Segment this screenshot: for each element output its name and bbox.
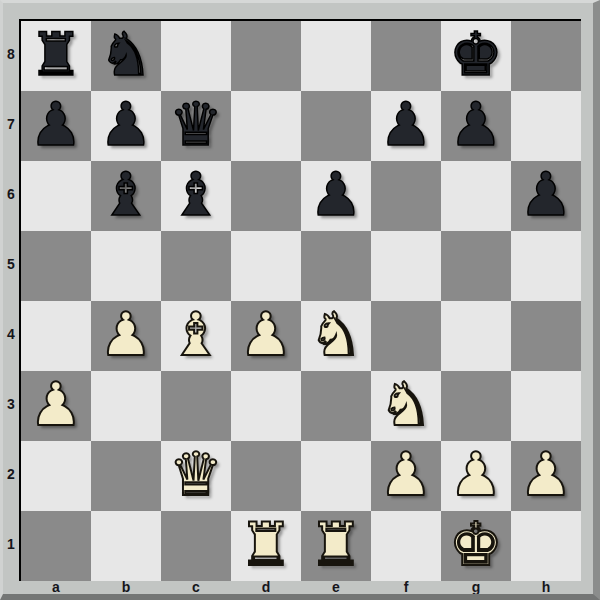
- white-king[interactable]: ♚: [449, 509, 503, 579]
- rank-labels: 87654321: [3, 19, 19, 581]
- square-e3[interactable]: [301, 371, 371, 441]
- square-b5[interactable]: [91, 231, 161, 301]
- square-g5[interactable]: [441, 231, 511, 301]
- white-pawn[interactable]: ♟: [449, 439, 503, 509]
- square-c2[interactable]: ♛: [161, 441, 231, 511]
- square-h8[interactable]: [511, 21, 581, 91]
- square-b2[interactable]: [91, 441, 161, 511]
- square-h7[interactable]: [511, 91, 581, 161]
- chess-diagram-frame: 87654321 abcdefgh ♜♞♚♟♟♛♟♟♝♝♟♟♟♝♟♞♟♞♛♟♟♟…: [0, 0, 600, 600]
- square-e5[interactable]: [301, 231, 371, 301]
- square-f4[interactable]: [371, 301, 441, 371]
- white-queen[interactable]: ♛: [169, 439, 223, 509]
- square-h3[interactable]: [511, 371, 581, 441]
- square-a5[interactable]: [21, 231, 91, 301]
- file-label-g: g: [441, 581, 511, 594]
- black-pawn[interactable]: ♟: [309, 159, 363, 229]
- square-f3[interactable]: ♞: [371, 371, 441, 441]
- square-b4[interactable]: ♟: [91, 301, 161, 371]
- square-a3[interactable]: ♟: [21, 371, 91, 441]
- black-pawn[interactable]: ♟: [99, 89, 153, 159]
- square-g8[interactable]: ♚: [441, 21, 511, 91]
- square-d1[interactable]: ♜: [231, 511, 301, 581]
- rank-label-5: 5: [3, 229, 19, 299]
- square-d5[interactable]: [231, 231, 301, 301]
- file-label-h: h: [511, 581, 581, 594]
- square-a4[interactable]: [21, 301, 91, 371]
- square-c3[interactable]: [161, 371, 231, 441]
- square-g1[interactable]: ♚: [441, 511, 511, 581]
- chess-board: ♜♞♚♟♟♛♟♟♝♝♟♟♟♝♟♞♟♞♛♟♟♟♜♜♚: [19, 19, 581, 581]
- black-king[interactable]: ♚: [449, 19, 503, 89]
- square-h5[interactable]: [511, 231, 581, 301]
- white-rook[interactable]: ♜: [309, 509, 363, 579]
- file-label-a: a: [21, 581, 91, 594]
- file-label-f: f: [371, 581, 441, 594]
- square-a8[interactable]: ♜: [21, 21, 91, 91]
- square-f1[interactable]: [371, 511, 441, 581]
- black-bishop[interactable]: ♝: [169, 159, 223, 229]
- black-rook[interactable]: ♜: [29, 19, 83, 89]
- square-c4[interactable]: ♝: [161, 301, 231, 371]
- square-d3[interactable]: [231, 371, 301, 441]
- square-b7[interactable]: ♟: [91, 91, 161, 161]
- black-queen[interactable]: ♛: [169, 89, 223, 159]
- black-pawn[interactable]: ♟: [29, 89, 83, 159]
- white-knight[interactable]: ♞: [379, 369, 433, 439]
- square-h2[interactable]: ♟: [511, 441, 581, 511]
- square-c5[interactable]: [161, 231, 231, 301]
- file-label-b: b: [91, 581, 161, 594]
- white-pawn[interactable]: ♟: [519, 439, 573, 509]
- rank-label-1: 1: [3, 509, 19, 579]
- square-c7[interactable]: ♛: [161, 91, 231, 161]
- square-a1[interactable]: [21, 511, 91, 581]
- square-f6[interactable]: [371, 161, 441, 231]
- square-b8[interactable]: ♞: [91, 21, 161, 91]
- rank-label-4: 4: [3, 299, 19, 369]
- file-label-d: d: [231, 581, 301, 594]
- square-g4[interactable]: [441, 301, 511, 371]
- square-e7[interactable]: [301, 91, 371, 161]
- square-b1[interactable]: [91, 511, 161, 581]
- square-d8[interactable]: [231, 21, 301, 91]
- square-g2[interactable]: ♟: [441, 441, 511, 511]
- square-d6[interactable]: [231, 161, 301, 231]
- file-label-c: c: [161, 581, 231, 594]
- square-h4[interactable]: [511, 301, 581, 371]
- square-a6[interactable]: [21, 161, 91, 231]
- square-e6[interactable]: ♟: [301, 161, 371, 231]
- square-h1[interactable]: [511, 511, 581, 581]
- rank-label-3: 3: [3, 369, 19, 439]
- square-c6[interactable]: ♝: [161, 161, 231, 231]
- square-b6[interactable]: ♝: [91, 161, 161, 231]
- square-e1[interactable]: ♜: [301, 511, 371, 581]
- square-d7[interactable]: [231, 91, 301, 161]
- square-a2[interactable]: [21, 441, 91, 511]
- square-f7[interactable]: ♟: [371, 91, 441, 161]
- white-rook[interactable]: ♜: [239, 509, 293, 579]
- square-c8[interactable]: [161, 21, 231, 91]
- black-bishop[interactable]: ♝: [99, 159, 153, 229]
- square-f2[interactable]: ♟: [371, 441, 441, 511]
- black-pawn[interactable]: ♟: [449, 89, 503, 159]
- white-bishop[interactable]: ♝: [169, 299, 223, 369]
- file-labels: abcdefgh: [21, 581, 581, 594]
- white-pawn[interactable]: ♟: [239, 299, 293, 369]
- square-f5[interactable]: [371, 231, 441, 301]
- white-pawn[interactable]: ♟: [379, 439, 433, 509]
- white-pawn[interactable]: ♟: [29, 369, 83, 439]
- white-pawn[interactable]: ♟: [99, 299, 153, 369]
- file-label-e: e: [301, 581, 371, 594]
- rank-label-7: 7: [3, 89, 19, 159]
- black-pawn[interactable]: ♟: [519, 159, 573, 229]
- rank-label-6: 6: [3, 159, 19, 229]
- square-d4[interactable]: ♟: [231, 301, 301, 371]
- square-e4[interactable]: ♞: [301, 301, 371, 371]
- square-e2[interactable]: [301, 441, 371, 511]
- square-c1[interactable]: [161, 511, 231, 581]
- square-g6[interactable]: [441, 161, 511, 231]
- rank-label-8: 8: [3, 19, 19, 89]
- square-g3[interactable]: [441, 371, 511, 441]
- square-g7[interactable]: ♟: [441, 91, 511, 161]
- white-knight[interactable]: ♞: [309, 299, 363, 369]
- square-a7[interactable]: ♟: [21, 91, 91, 161]
- square-f8[interactable]: [371, 21, 441, 91]
- square-b3[interactable]: [91, 371, 161, 441]
- square-h6[interactable]: ♟: [511, 161, 581, 231]
- black-pawn[interactable]: ♟: [379, 89, 433, 159]
- rank-label-2: 2: [3, 439, 19, 509]
- square-e8[interactable]: [301, 21, 371, 91]
- square-d2[interactable]: [231, 441, 301, 511]
- black-knight[interactable]: ♞: [99, 19, 153, 89]
